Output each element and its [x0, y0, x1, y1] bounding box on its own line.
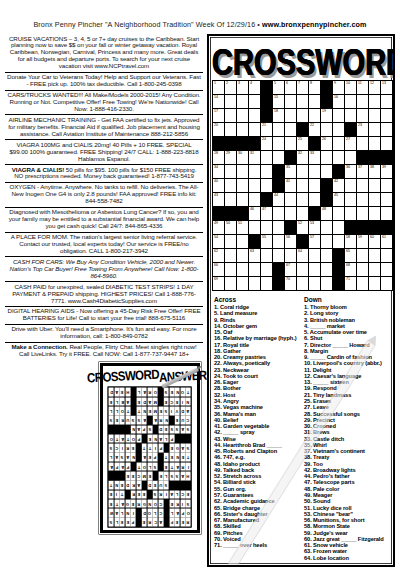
solution-letter: N: [176, 390, 179, 395]
cell-number: 14: [214, 95, 218, 99]
solution-letter-cell: S: [164, 480, 169, 489]
solution-letter: N: [154, 436, 157, 441]
solution-black-cell: [181, 434, 186, 443]
solution-letter-cell: F: [170, 518, 175, 527]
solution-letter: N: [127, 510, 130, 515]
solution-black-cell: [186, 434, 191, 443]
solution-letter-cell: L: [164, 471, 169, 480]
solution-letter: S: [165, 482, 168, 487]
cell-number: 67: [286, 263, 290, 267]
grid-cell: 14: [213, 95, 224, 108]
solution-letter-cell: A: [120, 434, 125, 443]
cell-number: 31: [250, 151, 254, 155]
solution-letter-cell: O: [148, 508, 153, 517]
black-cell: [285, 221, 296, 234]
classified-ad: CASH FOR CARS: We Buy Any Condition Vehi…: [5, 256, 203, 281]
solution-letter: E: [171, 455, 174, 460]
grid-cell: [273, 151, 284, 164]
grid-cell: [297, 179, 308, 192]
solution-letter: L: [171, 510, 173, 515]
solution-letter: E: [149, 408, 152, 413]
down-clue-list: 1. Thorny bloom2. Long story3. British n…: [304, 304, 388, 561]
cell-number: 29: [226, 151, 230, 155]
solution-letter-cell: E: [120, 388, 125, 397]
solution-letter: L: [165, 473, 167, 478]
solution-letter: T: [138, 464, 140, 469]
solution-black-cell: [148, 415, 153, 424]
solution-letter: U: [181, 417, 184, 422]
ad-body: AIRLINE MECHANIC TRAINING - Get FAA cert…: [8, 116, 200, 137]
solution-letter-cell: U: [181, 415, 186, 424]
solution-letter-cell: E: [109, 499, 114, 508]
solution-letter-cell: E: [164, 462, 169, 471]
black-cell: [273, 165, 284, 178]
solution-letter-cell: S: [109, 518, 114, 527]
solution-letter-cell: D: [142, 508, 147, 517]
solution-black-cell: [153, 425, 158, 434]
solution-letter: G: [143, 501, 146, 506]
solution-black-cell: [170, 480, 175, 489]
solution-letter-cell: N: [115, 480, 120, 489]
solution-letter-cell: I: [181, 499, 186, 508]
cell-number: 38: [370, 165, 374, 169]
grid-cell: 59: [357, 235, 368, 248]
solution-letter-cell: C: [115, 443, 120, 452]
solution-letter: S: [187, 427, 190, 432]
solution-letter: I: [155, 445, 156, 450]
grid-cell: [369, 277, 380, 290]
grid-cell: 35: [285, 165, 296, 178]
black-cell: [249, 235, 260, 248]
black-cell: [297, 123, 308, 136]
solution-letter-cell: P: [137, 434, 142, 443]
solution-letter: H: [127, 390, 130, 395]
solution-letter: I: [182, 399, 183, 404]
solution-black-cell: [142, 480, 147, 489]
grid-cell: [369, 207, 380, 220]
black-cell: [309, 207, 320, 220]
solution-letter-cell: S: [164, 406, 169, 415]
solution-letter-cell: M: [142, 471, 147, 480]
solution-letter-cell: G: [175, 443, 180, 452]
solution-black-cell: [175, 480, 180, 489]
solution-letter: C: [138, 473, 141, 478]
solution-letter-cell: O: [109, 434, 114, 443]
solution-letter-cell: R: [181, 462, 186, 471]
solution-letter-cell: P: [131, 518, 136, 527]
grid-cell: [261, 249, 272, 262]
grid-cell: [237, 123, 248, 136]
cell-number: 45: [334, 193, 338, 197]
grid-cell: [381, 109, 392, 122]
cell-number: 56: [286, 235, 290, 239]
solution-letter-cell: T: [186, 453, 191, 462]
across-clues-column: Across 1. Coral ridge5. Land measure9. R…: [214, 296, 301, 561]
solution-letter: S: [149, 427, 152, 432]
black-cell: [213, 137, 224, 150]
solution-letter-cell: T: [142, 443, 147, 452]
black-cell: [225, 207, 236, 220]
black-cell: [213, 207, 224, 220]
solution-letter-cell: A: [159, 518, 164, 527]
cell-number: 22: [310, 123, 314, 127]
classified-ad: VIAGRA & CIALIS! 50 pills for $95. 100 p…: [5, 164, 203, 182]
grid-cell: [369, 249, 380, 262]
grid-cell: [381, 263, 392, 276]
classified-ad: Donate Your Car to Veterans Today! Help …: [5, 72, 203, 90]
solution-letter: E: [176, 417, 179, 422]
cell-number: 19: [322, 109, 326, 113]
grid-cell: [225, 263, 236, 276]
solution-letter: C: [154, 520, 157, 525]
black-cell: [261, 193, 272, 206]
grid-cell: [381, 277, 392, 290]
grid-cell: 67: [285, 263, 296, 276]
clue-item: 64. Lobe location: [304, 555, 388, 561]
solution-letter-cell: L: [175, 490, 180, 499]
solution-letter-cell: E: [137, 397, 142, 406]
grid-cell: 17: [213, 109, 224, 122]
cell-number: 37: [358, 165, 362, 169]
black-cell: [297, 235, 308, 248]
solution-letter: S: [154, 464, 157, 469]
solution-letter: E: [127, 520, 130, 525]
solution-letter: T: [165, 455, 167, 460]
grid-cell: 2: [225, 81, 236, 94]
grid-cell: [285, 249, 296, 262]
grid-cell: 40: [213, 179, 224, 192]
grid-cell: 38: [369, 165, 380, 178]
solution-letter-cell: A: [175, 508, 180, 517]
grid-cell: [249, 109, 260, 122]
solution-letter-cell: S: [175, 471, 180, 480]
grid-cell: [249, 95, 260, 108]
grid-cell: [309, 193, 320, 206]
solution-letter-cell: P: [126, 462, 131, 471]
grid-cell: 54: [213, 235, 224, 248]
grid-cell: [237, 95, 248, 108]
ad-body: A PLACE FOR MOM. The nation's largest se…: [11, 233, 197, 254]
grid-cell: [249, 263, 260, 276]
solution-black-cell: [120, 425, 125, 434]
solution-letter-cell: N: [131, 453, 136, 462]
solution-letter: R: [149, 520, 152, 525]
solution-letter-cell: E: [175, 415, 180, 424]
cell-number: 62: [214, 249, 218, 253]
grid-cell: 60: [369, 235, 380, 248]
solution-letter: E: [110, 501, 113, 506]
classified-ad: CASH PAID for unexpired, sealed DIABETIC…: [5, 281, 203, 306]
classified-ad: OXYGEN - Anytime. Anywhere. No tanks to …: [5, 182, 203, 207]
cell-number: 25: [298, 137, 302, 141]
solution-letter: E: [165, 464, 168, 469]
grid-cell: [273, 137, 284, 150]
solution-letter: A: [127, 399, 130, 404]
solution-letter-cell: A: [142, 453, 147, 462]
grid-cell: [357, 193, 368, 206]
solution-letter: M: [154, 399, 157, 404]
solution-letter: A: [116, 455, 119, 460]
solution-black-cell: [164, 499, 169, 508]
solution-letter: D: [110, 390, 113, 395]
grid-cell: [321, 221, 332, 234]
classified-ad: AIRLINE MECHANIC TRAINING - Get FAA cert…: [5, 114, 203, 139]
solution-letter-cell: R: [175, 499, 180, 508]
grid-cell: [381, 207, 392, 220]
grid-cell: 52: [297, 221, 308, 234]
solution-letter: N: [176, 455, 179, 460]
grid-cell: [369, 179, 380, 192]
solution-letter: S: [110, 445, 113, 450]
grid-cell: [309, 277, 320, 290]
grid-cell: 64: [297, 249, 308, 262]
grid-cell: [249, 221, 260, 234]
solution-letter-cell: S: [186, 499, 191, 508]
grid-cell: [357, 95, 368, 108]
classified-ad: CARS/TRUCKS WANTED!!! All Make/Models 20…: [5, 90, 203, 115]
solution-letter: E: [149, 455, 152, 460]
grid-cell: [237, 193, 248, 206]
grid-cell: [381, 193, 392, 206]
solution-letter-cell: T: [148, 443, 153, 452]
black-cell: [261, 109, 272, 122]
solution-letter-cell: L: [170, 508, 175, 517]
grid-cell: [369, 137, 380, 150]
grid-cell: 62: [213, 249, 224, 262]
solution-letter-cell: R: [126, 443, 131, 452]
solution-black-cell: [159, 397, 164, 406]
grid-cell: [273, 221, 284, 234]
grid-cell: [381, 123, 392, 136]
solution-letter: I: [171, 408, 172, 413]
solution-letter: S: [138, 417, 141, 422]
grid-cell: [297, 277, 308, 290]
cell-number: 43: [214, 193, 218, 197]
grid-cell: [237, 263, 248, 276]
grid-cell: [261, 165, 272, 178]
grid-cell: 51: [237, 221, 248, 234]
across-clue-list: 1. Coral ridge5. Land measure9. Rinds14.…: [214, 304, 301, 548]
grid-cell: [333, 151, 344, 164]
cell-number: 69: [214, 277, 218, 281]
grid-cell: [225, 193, 236, 206]
solution-letter: A: [127, 455, 130, 460]
solution-letter: O: [143, 464, 146, 469]
grid-cell: [357, 249, 368, 262]
solution-letter: O: [181, 390, 184, 395]
solution-letter: P: [160, 445, 163, 450]
grid-cell: 25: [297, 137, 308, 150]
solution-letter-cell: E: [181, 453, 186, 462]
grid-cell: [357, 179, 368, 192]
solution-letter-cell: T: [115, 434, 120, 443]
solution-letter-cell: S: [153, 462, 158, 471]
classified-ad: A PLACE FOR MOM. The nation's largest se…: [5, 232, 203, 257]
solution-letter-cell: P: [153, 453, 158, 462]
cell-number: 9: [334, 81, 336, 85]
cell-number: 65: [346, 249, 350, 253]
cell-number: 16: [334, 95, 338, 99]
grid-cell: 39: [381, 165, 392, 178]
cell-number: 42: [334, 179, 338, 183]
solution-letter: R: [187, 520, 190, 525]
black-cell: [249, 137, 260, 150]
solution-letter-cell: I: [186, 462, 191, 471]
grid-cell: [381, 179, 392, 192]
solution-letter: R: [138, 501, 141, 506]
black-cell: [237, 207, 248, 220]
solution-letter: A: [143, 455, 146, 460]
classified-ad: VIAGRA 100MG and CIALIS 20mg! 40 Pills +…: [5, 139, 203, 164]
grid-cell: [357, 277, 368, 290]
black-cell: [273, 179, 284, 192]
solution-letter: S: [132, 417, 135, 422]
solution-letter: E: [149, 436, 152, 441]
solution-letter: S: [187, 445, 190, 450]
grid-cell: [237, 165, 248, 178]
black-cell: [381, 151, 392, 164]
solution-letter: R: [176, 501, 179, 506]
solution-letter-cell: N: [175, 453, 180, 462]
grid-cell: [285, 193, 296, 206]
grid-cell: [333, 235, 344, 248]
cell-number: 64: [298, 249, 302, 253]
ad-body: Drive with Uber. You'll need a Smartphon…: [11, 325, 196, 339]
solution-letter: O: [154, 390, 157, 395]
solution-letter-cell: A: [181, 471, 186, 480]
grid-cell: [285, 207, 296, 220]
solution-letter: E: [110, 492, 113, 497]
solution-letter-cell: I: [120, 443, 125, 452]
solution-letter-cell: N: [153, 434, 158, 443]
classified-ad: Make a Connection. Real People, Flirty C…: [5, 342, 203, 360]
solution-letter-cell: D: [181, 406, 186, 415]
grid-cell: [309, 165, 320, 178]
solution-letter-cell: A: [159, 434, 164, 443]
black-cell: [369, 151, 380, 164]
solution-letter-cell: I: [170, 406, 175, 415]
grid-cell: 10: [345, 81, 356, 94]
solution-letter: C: [187, 417, 190, 422]
solution-letter-cell: A: [109, 462, 114, 471]
solution-letter-cell: E: [126, 471, 131, 480]
grid-cell: [357, 109, 368, 122]
solution-letter-cell: C: [181, 490, 186, 499]
across-header: Across: [214, 296, 301, 303]
grid-cell: 58: [345, 235, 356, 248]
solution-letter: W: [110, 510, 114, 515]
solution-letter: L: [138, 390, 140, 395]
grid-cell: 3: [237, 81, 248, 94]
solution-letter: E: [182, 520, 185, 525]
grid-cell: 53: [309, 221, 320, 234]
solution-letter: R: [132, 492, 135, 497]
ad-body: OXYGEN - Anytime. Anywhere. No tanks to …: [10, 183, 199, 204]
solution-letter-cell: E: [164, 425, 169, 434]
solution-letter-cell: P: [142, 425, 147, 434]
black-cell: [261, 95, 272, 108]
cell-number: 50: [226, 221, 230, 225]
solution-letter: T: [187, 390, 189, 395]
solution-letter: S: [171, 473, 174, 478]
solution-letter-cell: C: [170, 397, 175, 406]
grid-cell: [225, 235, 236, 248]
grid-cell: 21: [261, 123, 272, 136]
grid-cell: 68: [345, 263, 356, 276]
solution-letter-cell: S: [131, 415, 136, 424]
grid-cell: [369, 109, 380, 122]
solution-black-cell: [164, 508, 169, 517]
grid-cell: 27: [345, 137, 356, 150]
solution-letter: T: [116, 436, 118, 441]
black-cell: [333, 277, 344, 290]
solution-letter-cell: E: [170, 499, 175, 508]
grid-cell: [273, 207, 284, 220]
grid-cell: [285, 109, 296, 122]
cell-number: 8: [310, 81, 312, 85]
solution-letter-cell: S: [170, 471, 175, 480]
grid-cell: 69: [213, 277, 224, 290]
solution-letter-cell: T: [170, 462, 175, 471]
cell-number: 66: [214, 263, 218, 267]
solution-letter-cell: L: [120, 508, 125, 517]
solution-letter: I: [122, 445, 123, 450]
solution-letter: E: [171, 445, 174, 450]
solution-letter-cell: A: [115, 388, 120, 397]
solution-letter: A: [176, 464, 179, 469]
solution-letter-cell: I: [164, 490, 169, 499]
solution-letter-cell: H: [186, 471, 191, 480]
clue-item: 16. Relative by marriage (hyph.): [214, 335, 301, 341]
black-cell: [357, 151, 368, 164]
crossword-box: CROSSWORD 123456789101112131415161718192…: [207, 34, 395, 567]
solution-letter-cell: W: [109, 508, 114, 517]
grid-cell: 7: [297, 81, 308, 94]
solution-letter-cell: P: [159, 443, 164, 452]
solution-letter-cell: A: [126, 397, 131, 406]
grid-cell: [261, 151, 272, 164]
cell-number: 44: [274, 193, 278, 197]
cell-number: 24: [262, 137, 266, 141]
solution-letter: S: [171, 427, 174, 432]
black-cell: [345, 221, 356, 234]
solution-black-cell: [131, 462, 136, 471]
classified-ads-list: CRUISE VACATIONS – 3, 4, 5 or 7+ day cru…: [5, 34, 203, 360]
cell-number: 41: [286, 179, 290, 183]
solution-letter: L: [176, 492, 178, 497]
cell-number: 63: [250, 249, 254, 253]
black-cell: [333, 263, 344, 276]
cell-number: 33: [310, 151, 314, 155]
grid-cell: 50: [225, 221, 236, 234]
solution-letter-cell: H: [126, 388, 131, 397]
solution-letter-cell: N: [148, 499, 153, 508]
solution-letter-cell: A: [148, 397, 153, 406]
solution-letter-cell: A: [153, 415, 158, 424]
solution-black-cell: [109, 471, 114, 480]
black-cell: [261, 81, 272, 94]
grid-cell: [237, 277, 248, 290]
grid-cell: [345, 151, 356, 164]
ad-body: CARS/TRUCKS WANTED!!! All Make/Models 20…: [8, 91, 201, 112]
solution-letter: E: [165, 427, 168, 432]
solution-letter: T: [110, 482, 112, 487]
solution-letter-cell: R: [186, 518, 191, 527]
solution-letter-cell: E: [137, 490, 142, 499]
solution-letter: S: [165, 408, 168, 413]
solution-letter-cell: T: [164, 453, 169, 462]
solution-letter-cell: E: [148, 406, 153, 415]
